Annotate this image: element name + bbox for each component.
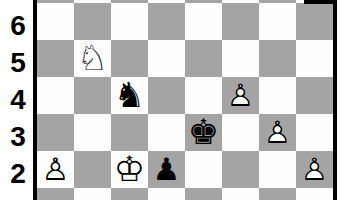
square-e2[interactable] [185,151,222,188]
board-right-border [333,0,337,200]
square-g2[interactable] [259,151,296,188]
king-glyph: ♚ [185,114,222,151]
square-f6[interactable] [222,3,259,40]
square-f3[interactable] [222,114,259,151]
pawn-glyph: ♙ [222,77,259,114]
chess-board: ♞♘♞♟♙♚♟♙♟♙♚♔♟♟♙ [37,0,333,200]
square-g5[interactable] [259,40,296,77]
piece-white-pawn-g3[interactable]: ♟♙ [259,114,296,151]
square-a3[interactable] [37,114,74,151]
square-c6[interactable] [111,3,148,40]
pawn-glyph: ♙ [259,114,296,151]
square-f5[interactable] [222,40,259,77]
piece-white-pawn-a2[interactable]: ♟♙ [37,151,74,188]
square-b6[interactable] [74,3,111,40]
square-d4[interactable] [148,77,185,114]
piece-black-king-e3[interactable]: ♚ [185,114,222,151]
square-e6[interactable] [185,3,222,40]
square-g4[interactable] [259,77,296,114]
square-h1[interactable] [296,188,333,200]
rank-label-1: 1 [2,192,34,200]
square-d6[interactable] [148,3,185,40]
square-h4[interactable] [296,77,333,114]
square-b1[interactable] [74,188,111,200]
square-d3[interactable] [148,114,185,151]
chess-diagram: 654321 ♞♘♞♟♙♚♟♙♟♙♚♔♟♟♙ [0,0,363,200]
square-h5[interactable] [296,40,333,77]
square-f1[interactable] [222,188,259,200]
rank-label-6: 6 [2,7,34,44]
square-h6[interactable] [296,3,333,40]
piece-black-knight-c4[interactable]: ♞ [111,77,148,114]
square-a5[interactable] [37,40,74,77]
knight-glyph: ♞ [111,77,148,114]
square-g1[interactable] [259,188,296,200]
king-glyph: ♔ [111,151,148,188]
piece-white-pawn-f4[interactable]: ♟♙ [222,77,259,114]
square-e5[interactable] [185,40,222,77]
rank-label-5: 5 [2,44,34,81]
cutoff-piece-fragment [304,0,337,4]
rank-label-3: 3 [2,118,34,155]
square-f2[interactable] [222,151,259,188]
square-a6[interactable] [37,3,74,40]
square-b3[interactable] [74,114,111,151]
piece-white-king-c2[interactable]: ♚♔ [111,151,148,188]
board-left-border [33,0,37,200]
square-c1[interactable] [111,188,148,200]
square-e4[interactable] [185,77,222,114]
piece-black-pawn-d2[interactable]: ♟ [148,151,185,188]
piece-white-knight-b5[interactable]: ♞♘ [74,40,111,77]
square-h3[interactable] [296,114,333,151]
rank-label-2: 2 [2,155,34,192]
pawn-glyph: ♙ [37,151,74,188]
square-e1[interactable] [185,188,222,200]
square-a1[interactable] [37,188,74,200]
pawn-glyph: ♙ [296,151,333,188]
rank-label-4: 4 [2,81,34,118]
piece-white-pawn-h2[interactable]: ♟♙ [296,151,333,188]
square-g6[interactable] [259,3,296,40]
knight-glyph: ♘ [74,40,111,77]
square-d1[interactable] [148,188,185,200]
square-c3[interactable] [111,114,148,151]
square-d5[interactable] [148,40,185,77]
square-a4[interactable] [37,77,74,114]
square-b4[interactable] [74,77,111,114]
pawn-glyph: ♟ [148,151,185,188]
square-c5[interactable] [111,40,148,77]
square-b2[interactable] [74,151,111,188]
rank-label-column: 654321 [0,0,33,200]
